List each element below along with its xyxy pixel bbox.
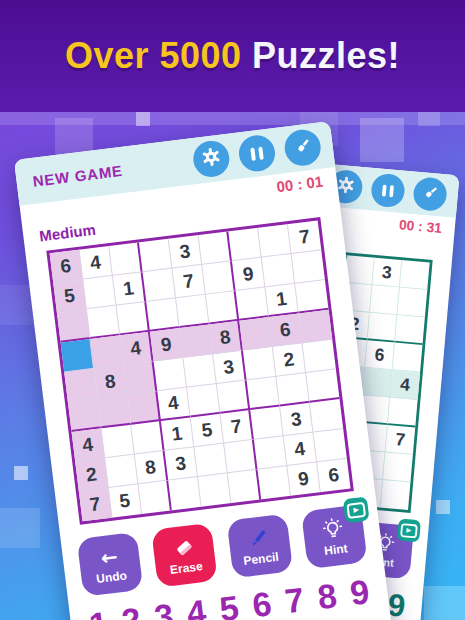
sudoku-cell[interactable] (124, 361, 157, 394)
sudoku-cell[interactable] (198, 473, 231, 506)
sudoku-cell[interactable] (90, 335, 123, 368)
sudoku-grid-front: 643751791498683244157328347596 (46, 217, 354, 525)
erase-button[interactable]: Erase (151, 523, 218, 588)
card-body: 00 : 01 Medium 6437517914986832441573283… (20, 167, 391, 620)
sudoku-cell[interactable]: 7 (172, 265, 205, 298)
sudoku-cell[interactable]: 5 (191, 414, 224, 447)
bg-square (136, 112, 150, 126)
sudoku-cell[interactable] (276, 373, 309, 406)
pencil-icon (246, 525, 272, 552)
sudoku-cell[interactable] (381, 480, 411, 510)
sudoku-cell[interactable]: 6 (50, 250, 83, 283)
sudoku-cell[interactable] (310, 399, 343, 432)
bg-square (360, 118, 404, 162)
sudoku-cell[interactable]: 4 (72, 428, 105, 461)
bg-square (14, 466, 28, 480)
undo-button[interactable]: ← Undo (77, 532, 144, 597)
gear-icon (200, 146, 223, 172)
numpad-key-3[interactable]: 3 (152, 598, 175, 620)
sudoku-cell[interactable] (217, 380, 250, 413)
eraser-icon (171, 534, 197, 561)
sudoku-cell[interactable]: 3 (213, 351, 246, 384)
page-title: NEW GAME (32, 161, 124, 189)
sudoku-cell[interactable]: 4 (390, 370, 420, 400)
sudoku-cell[interactable]: 5 (53, 279, 86, 312)
sudoku-cell[interactable] (302, 340, 335, 373)
sudoku-cell[interactable] (247, 377, 280, 410)
sudoku-cell[interactable] (87, 306, 120, 339)
sudoku-cell[interactable] (295, 280, 328, 313)
sudoku-cell[interactable]: 8 (135, 451, 168, 484)
pause-button[interactable] (370, 173, 406, 209)
sudoku-cell[interactable] (154, 358, 187, 391)
pause-icon (250, 146, 263, 160)
sudoku-cell[interactable] (101, 425, 134, 458)
pencil-button[interactable]: Pencil (226, 514, 293, 579)
sudoku-cell[interactable] (258, 224, 291, 257)
sudoku-cell[interactable] (243, 347, 276, 380)
sudoku-cell[interactable]: 4 (120, 332, 153, 365)
sudoku-cell[interactable]: 9 (287, 462, 320, 495)
undo-label: Undo (95, 568, 127, 586)
sudoku-cell[interactable] (313, 429, 346, 462)
numpad-key-6[interactable]: 6 (250, 586, 273, 620)
sudoku-cell[interactable]: 9 (150, 328, 183, 361)
banner-rest-text: Puzzles! (242, 35, 401, 76)
video-play-badge: ▶ (343, 497, 370, 524)
video-play-badge: ▶ (397, 518, 421, 542)
sudoku-cell[interactable]: 4 (157, 388, 190, 421)
sudoku-cell[interactable] (224, 440, 257, 473)
promo-banner: Over 5000 Puzzles! (0, 0, 465, 112)
sudoku-cell[interactable]: 7 (220, 410, 253, 443)
sudoku-cell[interactable] (109, 242, 142, 275)
brush-icon (420, 183, 439, 206)
sudoku-cell[interactable] (258, 466, 291, 499)
sudoku-cell[interactable] (143, 269, 176, 302)
sudoku-cell[interactable] (239, 317, 272, 350)
sudoku-cell[interactable]: 1 (113, 272, 146, 305)
header-buttons (328, 169, 448, 212)
sudoku-cell[interactable]: 3 (165, 447, 198, 480)
sudoku-cell[interactable] (306, 369, 339, 402)
sudoku-cell[interactable]: 6 (317, 459, 350, 492)
sudoku-cell[interactable] (180, 324, 213, 357)
sudoku-cell[interactable]: 4 (79, 246, 112, 279)
sudoku-cell[interactable]: 3 (169, 235, 202, 268)
app-screenshot: Over 5000 Puzzles! 00 : 31 683216348571 (0, 0, 465, 620)
numpad-key-7[interactable]: 7 (283, 582, 306, 618)
numpad-key-2[interactable]: 2 (120, 602, 143, 620)
bg-square (424, 586, 465, 620)
bg-square (0, 508, 40, 548)
pause-button[interactable] (237, 133, 277, 173)
sudoku-cell[interactable] (228, 228, 261, 261)
banner-text: Over 5000 Puzzles! (65, 35, 400, 77)
numpad-key-1[interactable]: 1 (87, 606, 110, 620)
sudoku-cell[interactable] (236, 287, 269, 320)
banner-highlight-text: Over 5000 (65, 35, 242, 76)
sudoku-cell[interactable] (292, 250, 325, 283)
sudoku-cell[interactable]: 8 (94, 365, 127, 398)
sudoku-cell[interactable]: 2 (273, 343, 306, 376)
sudoku-cell[interactable] (397, 288, 427, 318)
sudoku-cell[interactable] (199, 231, 232, 264)
bg-square (436, 500, 450, 514)
undo-arrow-icon: ← (99, 544, 119, 570)
lightbulb-icon (320, 516, 346, 543)
sudoku-cell[interactable] (206, 291, 239, 324)
sudoku-cell[interactable]: 9 (232, 258, 265, 291)
sudoku-cell[interactable]: 7 (385, 425, 415, 455)
theme-brush-button[interactable] (412, 176, 448, 212)
sudoku-cell[interactable] (127, 391, 160, 424)
sudoku-cell[interactable] (168, 477, 201, 510)
sudoku-cell[interactable] (395, 315, 425, 345)
sudoku-cell[interactable] (228, 470, 261, 503)
sudoku-cell[interactable] (131, 421, 164, 454)
sudoku-cell[interactable] (299, 310, 332, 343)
sudoku-cell[interactable] (393, 343, 423, 373)
pause-icon (382, 184, 394, 197)
sudoku-cell[interactable] (146, 298, 179, 331)
sudoku-cell[interactable]: 6 (365, 340, 395, 370)
settings-button[interactable] (191, 139, 231, 179)
sudoku-cell[interactable] (262, 254, 295, 287)
sudoku-cell[interactable] (388, 398, 418, 428)
sudoku-cell[interactable] (117, 302, 150, 335)
sudoku-cell[interactable] (176, 295, 209, 328)
sudoku-cell[interactable] (254, 436, 287, 469)
sudoku-cell[interactable] (68, 399, 101, 432)
sudoku-cell[interactable] (400, 260, 430, 290)
sudoku-cell[interactable] (187, 384, 220, 417)
sudoku-cell[interactable] (383, 453, 413, 483)
numpad-key-4[interactable]: 4 (185, 594, 208, 620)
hint-label: Hint (323, 541, 348, 558)
sudoku-cell[interactable] (98, 395, 131, 428)
sudoku-cell[interactable] (202, 261, 235, 294)
sudoku-cell[interactable]: 3 (372, 258, 402, 288)
hint-button[interactable]: Hint ▶ (301, 504, 368, 569)
sudoku-card-front: NEW GAME 00 : 01 Medium 6437517914986832… (14, 121, 396, 620)
sudoku-cell[interactable]: 7 (79, 488, 112, 521)
pencil-label: Pencil (243, 549, 280, 567)
sudoku-cell[interactable]: 2 (75, 458, 108, 491)
numpad-key-5[interactable]: 5 (218, 590, 241, 620)
erase-label: Erase (169, 559, 203, 577)
sudoku-cell[interactable]: 1 (265, 284, 298, 317)
sudoku-cell[interactable] (139, 239, 172, 272)
theme-brush-button[interactable] (283, 128, 323, 168)
sudoku-cell[interactable] (138, 481, 171, 514)
sudoku-cell[interactable] (64, 369, 97, 402)
sudoku-cell[interactable] (363, 368, 393, 398)
sudoku-cell[interactable] (367, 313, 397, 343)
sudoku-cell[interactable]: 4 (284, 433, 317, 466)
sudoku-cell[interactable] (57, 309, 90, 342)
numpad-key-8[interactable]: 8 (316, 578, 339, 614)
numpad-key-9[interactable]: 9 (348, 574, 371, 610)
sudoku-cell[interactable]: 6 (269, 313, 302, 346)
sudoku-cell[interactable]: 3 (280, 403, 313, 436)
sudoku-cell[interactable] (83, 276, 116, 309)
sudoku-cell[interactable]: 7 (288, 220, 321, 253)
sudoku-cell[interactable] (61, 339, 94, 372)
brush-icon (292, 135, 314, 160)
sudoku-cell[interactable]: 8 (209, 321, 242, 354)
sudoku-cell[interactable]: 5 (109, 484, 142, 517)
sudoku-cell[interactable] (250, 406, 283, 439)
sudoku-cell[interactable] (370, 285, 400, 315)
sudoku-cell[interactable] (194, 444, 227, 477)
sudoku-cell[interactable] (183, 354, 216, 387)
sudoku-cell[interactable] (105, 454, 138, 487)
sudoku-cell[interactable]: 1 (161, 417, 194, 450)
